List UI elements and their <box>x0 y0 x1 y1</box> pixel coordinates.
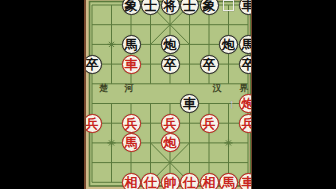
move-arrow-icon: ↑ <box>228 97 235 110</box>
piece-black-general[interactable]: 将 <box>161 0 180 15</box>
piece-black-soldier[interactable]: 卒 <box>84 55 102 74</box>
river-text: 河 <box>125 84 134 93</box>
piece-black-soldier[interactable]: 卒 <box>161 55 180 74</box>
piece-red-elephant[interactable]: 相 <box>200 173 219 189</box>
piece-red-advisor[interactable]: 仕 <box>141 173 160 189</box>
piece-red-chariot[interactable]: 車 <box>239 173 253 189</box>
piece-red-cannon[interactable]: 炮 <box>161 133 180 152</box>
piece-red-soldier[interactable]: 兵 <box>122 114 141 133</box>
piece-black-cannon[interactable]: 炮 <box>161 35 180 54</box>
river-text: 界 <box>240 84 249 93</box>
piece-red-soldier[interactable]: 兵 <box>161 114 180 133</box>
piece-red-horse[interactable]: 馬 <box>219 173 238 189</box>
xiangqi-board[interactable]: 楚河汉界↑象士将士象車馬炮炮馬卒車卒卒卒車炮兵兵兵兵兵馬炮相仕帥仕相馬車 <box>84 0 252 189</box>
piece-black-cannon[interactable]: 炮 <box>219 35 238 54</box>
last-move-origin-marker <box>223 0 234 11</box>
piece-red-advisor[interactable]: 仕 <box>180 173 199 189</box>
piece-black-soldier[interactable]: 卒 <box>239 55 253 74</box>
piece-black-soldier[interactable]: 卒 <box>200 55 219 74</box>
piece-black-elephant[interactable]: 象 <box>122 0 141 15</box>
piece-red-chariot[interactable]: 車 <box>122 55 141 74</box>
piece-red-horse[interactable]: 馬 <box>122 133 141 152</box>
piece-red-soldier[interactable]: 兵 <box>84 114 102 133</box>
piece-black-elephant[interactable]: 象 <box>200 0 219 15</box>
piece-black-horse[interactable]: 馬 <box>122 35 141 54</box>
piece-red-soldier[interactable]: 兵 <box>239 114 253 133</box>
river-text: 楚 <box>100 84 109 93</box>
board-grid <box>86 0 252 189</box>
river-text: 汉 <box>213 84 222 93</box>
letterbox-background: 楚河汉界↑象士将士象車馬炮炮馬卒車卒卒卒車炮兵兵兵兵兵馬炮相仕帥仕相馬車 <box>0 0 336 189</box>
piece-black-chariot[interactable]: 車 <box>180 94 199 113</box>
piece-red-elephant[interactable]: 相 <box>122 173 141 189</box>
piece-red-general[interactable]: 帥 <box>161 173 180 189</box>
piece-red-soldier[interactable]: 兵 <box>200 114 219 133</box>
